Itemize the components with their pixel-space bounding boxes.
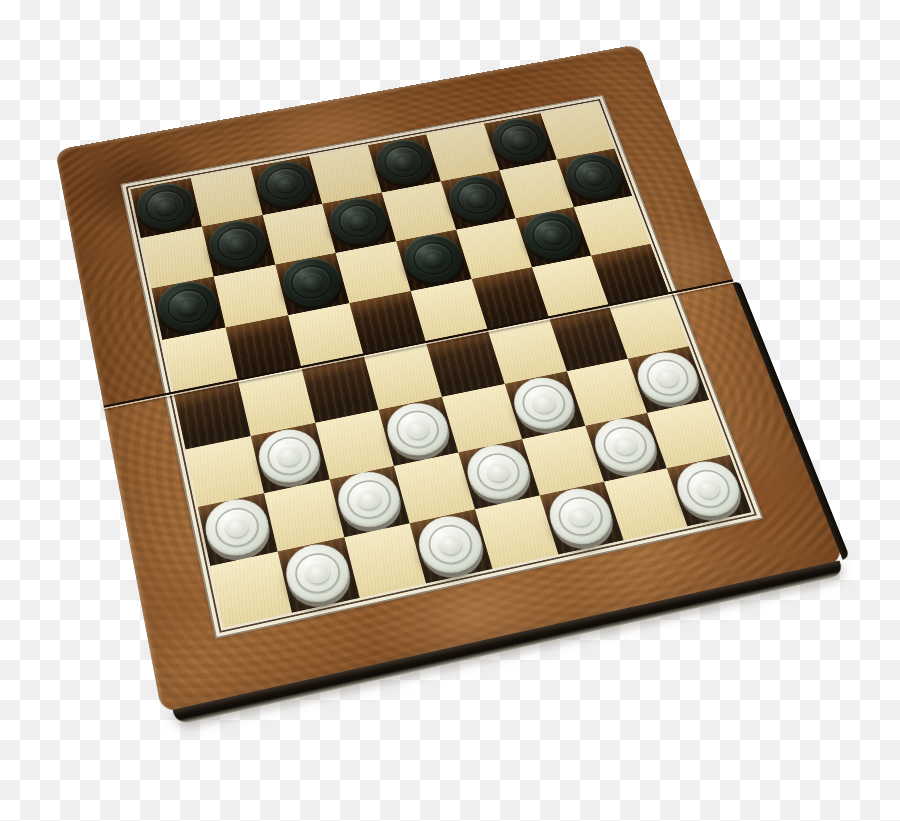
white-checker[interactable]: ⛀ [280, 539, 355, 608]
black-checker[interactable]: ⛂ [253, 157, 319, 211]
white-checker[interactable]: ⛀ [413, 511, 489, 579]
black-checker[interactable]: ⛂ [559, 149, 628, 203]
black-checker[interactable]: ⛂ [370, 135, 437, 188]
black-checker[interactable]: ⛂ [399, 230, 468, 287]
black-checker[interactable]: ⛂ [204, 216, 271, 272]
black-checker[interactable]: ⛂ [154, 277, 222, 336]
transparent-background: ⛂⛂⛂⛂⛂⛂⛂⛂⛂⛂⛂⛂⛀⛀⛀⛀⛀⛀⛀⛀⛀⛀⛀⛀ [0, 0, 900, 821]
white-checker[interactable]: ⛀ [381, 398, 454, 461]
white-checker[interactable]: ⛀ [332, 467, 406, 533]
white-checker[interactable]: ⛀ [631, 347, 706, 408]
black-checker[interactable]: ⛂ [325, 193, 393, 248]
white-checker[interactable]: ⛀ [200, 494, 273, 561]
checkers-board: ⛂⛂⛂⛂⛂⛂⛂⛂⛂⛂⛂⛂⛀⛀⛀⛀⛀⛀⛀⛀⛀⛀⛀⛀ [55, 44, 845, 714]
black-checker[interactable]: ⛂ [277, 254, 346, 312]
black-checker[interactable]: ⛂ [133, 179, 199, 234]
white-checker[interactable]: ⛀ [253, 424, 325, 488]
